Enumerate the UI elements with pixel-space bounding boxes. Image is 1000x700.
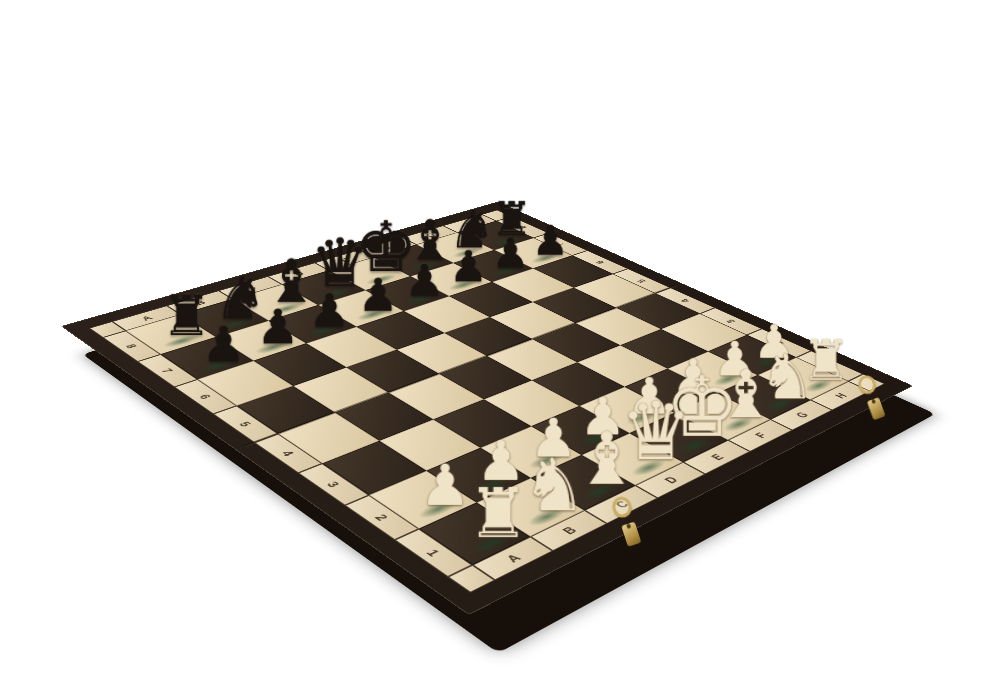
- black-pawn: ♟: [532, 220, 569, 261]
- black-pawn: ♟: [358, 272, 398, 317]
- black-pawn: ♟: [405, 258, 444, 302]
- chess-board: ABCDEFGH8♜♞♝♛♚♝♞♜87♟♟♟♟♟♟♟♟7665544332♟♟♟…: [61, 202, 913, 615]
- black-pawn: ♟: [492, 232, 530, 274]
- black-pawn: ♟: [257, 303, 300, 351]
- white-knight: ♞: [522, 448, 587, 521]
- black-pawn: ♟: [202, 319, 246, 368]
- black-pawn: ♟: [449, 245, 487, 288]
- black-pawn: ♟: [309, 287, 351, 333]
- latch-plate: [867, 397, 886, 420]
- white-rook: ♜: [468, 480, 530, 549]
- chess-set-photo: ABCDEFGH8♜♞♝♛♚♝♞♜87♟♟♟♟♟♟♟♟7665544332♟♟♟…: [0, 0, 1000, 700]
- board-face: ABCDEFGH8♜♞♝♛♚♝♞♜87♟♟♟♟♟♟♟♟7665544332♟♟♟…: [61, 202, 913, 615]
- latch-plate: [621, 522, 641, 547]
- white-pawn: ♟: [420, 457, 471, 514]
